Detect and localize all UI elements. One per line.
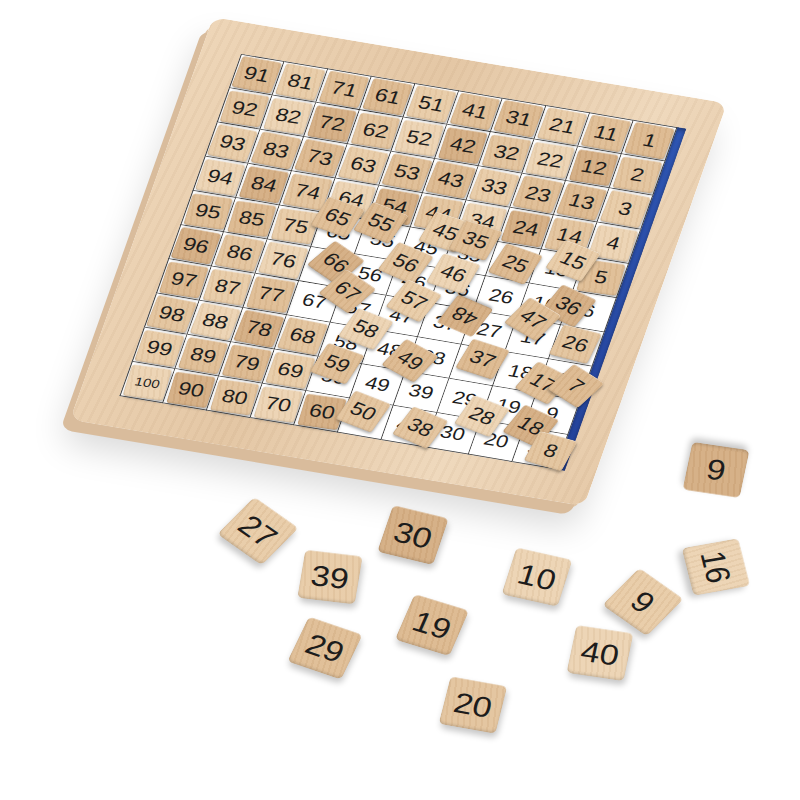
tile-10[interactable]: 10 — [501, 547, 572, 607]
tile-19[interactable]: 19 — [395, 594, 469, 656]
loose-tiles-layer: 62730163910919294020 — [0, 0, 800, 800]
tile-39[interactable]: 39 — [297, 549, 363, 604]
scene: 9181716151413121111928272625242322212293… — [0, 0, 800, 800]
tile-20[interactable]: 20 — [439, 676, 508, 734]
tile-16[interactable]: 16 — [682, 538, 751, 596]
tile-30[interactable]: 30 — [377, 505, 449, 565]
tile-40[interactable]: 40 — [566, 625, 633, 681]
tile-6[interactable]: 6 — [682, 442, 749, 498]
tile-27[interactable]: 27 — [217, 497, 299, 566]
tile-29[interactable]: 29 — [287, 616, 363, 679]
tile-9[interactable]: 9 — [602, 568, 684, 637]
